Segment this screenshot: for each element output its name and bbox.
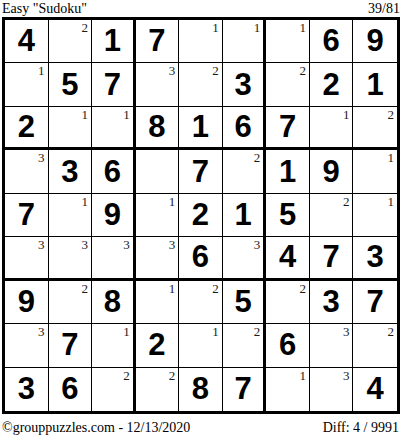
- cell-r6c6[interactable]: 3: [223, 237, 267, 280]
- cell-r1c7[interactable]: 1: [266, 20, 310, 63]
- cell-r2c8[interactable]: 2: [310, 63, 354, 106]
- pencil-mark: 3: [38, 151, 45, 165]
- given-digit: 9: [5, 281, 48, 323]
- cell-r1c9[interactable]: 9: [353, 20, 397, 63]
- cell-r6c3[interactable]: 3: [92, 237, 136, 280]
- given-digit: 2: [5, 107, 48, 147]
- cell-r2c5[interactable]: 2: [179, 63, 223, 106]
- given-digit: 8: [136, 107, 179, 147]
- cell-r5c6[interactable]: 1: [223, 194, 267, 237]
- given-digit: 1: [266, 150, 309, 192]
- cell-r9c8[interactable]: 3: [310, 368, 354, 411]
- pencil-mark: 2: [388, 108, 395, 122]
- cell-r7c5[interactable]: 2: [179, 281, 223, 324]
- cell-r2c2[interactable]: 5: [49, 63, 93, 106]
- cell-r4c9[interactable]: 1: [353, 150, 397, 193]
- cell-r6c4[interactable]: 3: [136, 237, 180, 280]
- pencil-mark: 1: [123, 108, 130, 122]
- given-digit: 7: [136, 20, 179, 62]
- cell-r4c4[interactable]: [136, 150, 180, 193]
- pencil-mark: 2: [82, 282, 89, 296]
- given-digit: 5: [49, 63, 92, 105]
- footer: ©grouppuzzles.com - 12/13/2020 Diff: 4 /…: [0, 420, 402, 436]
- cell-r6c9[interactable]: 3: [353, 237, 397, 280]
- sudoku-board: 4217111691573232212118167123367219171912…: [2, 17, 400, 414]
- given-digit: 5: [223, 281, 264, 323]
- cell-r5c7[interactable]: 5: [266, 194, 310, 237]
- cell-r3c4[interactable]: 8: [136, 107, 180, 150]
- given-digit: 6: [223, 107, 264, 147]
- pencil-mark: 2: [254, 325, 261, 339]
- cell-r3c1[interactable]: 2: [5, 107, 49, 150]
- cell-r5c8[interactable]: 2: [310, 194, 354, 237]
- cell-r8c5[interactable]: 1: [179, 324, 223, 367]
- cell-r2c3[interactable]: 7: [92, 63, 136, 106]
- cell-r8c4[interactable]: 2: [136, 324, 180, 367]
- given-digit: 3: [310, 281, 353, 323]
- pencil-mark: 1: [82, 108, 89, 122]
- pencil-mark: 3: [254, 238, 261, 252]
- cell-r7c8[interactable]: 3: [310, 281, 354, 324]
- cell-r5c4[interactable]: 1: [136, 194, 180, 237]
- given-digit: 7: [353, 281, 397, 323]
- pencil-mark: 1: [212, 325, 219, 339]
- cell-r8c6[interactable]: 2: [223, 324, 267, 367]
- cell-r1c1[interactable]: 4: [5, 20, 49, 63]
- given-digit: 3: [49, 150, 92, 192]
- given-digit: 1: [92, 20, 133, 62]
- cell-r2c4[interactable]: 3: [136, 63, 180, 106]
- pencil-mark: 3: [343, 325, 350, 339]
- pencil-mark: 1: [82, 195, 89, 209]
- cell-r8c8[interactable]: 3: [310, 324, 354, 367]
- cell-r9c2[interactable]: 6: [49, 368, 93, 411]
- cell-r1c8[interactable]: 6: [310, 20, 354, 63]
- cell-r2c9[interactable]: 1: [353, 63, 397, 106]
- pencil-mark: 1: [169, 282, 176, 296]
- cell-r2c7[interactable]: 2: [266, 63, 310, 106]
- cell-r2c6[interactable]: 3: [223, 63, 267, 106]
- cell-r4c2[interactable]: 3: [49, 150, 93, 193]
- given-digit: 2: [179, 194, 222, 236]
- given-digit: 6: [49, 368, 92, 411]
- cell-r7c7[interactable]: 2: [266, 281, 310, 324]
- puzzle-page: Easy "Sudoku" 39/81 42171116915732322121…: [0, 0, 402, 437]
- pencil-mark: 1: [299, 21, 306, 35]
- cell-r9c4[interactable]: 2: [136, 368, 180, 411]
- pencil-mark: 2: [82, 21, 89, 35]
- cell-r9c6[interactable]: 7: [223, 368, 267, 411]
- given-digit: 7: [223, 368, 264, 411]
- given-digit: 6: [310, 20, 353, 62]
- cell-r4c1[interactable]: 3: [5, 150, 49, 193]
- given-digit: 7: [5, 194, 48, 236]
- given-digit: 7: [49, 324, 92, 366]
- cell-r9c9[interactable]: 4: [353, 368, 397, 411]
- given-digit: 6: [92, 150, 133, 192]
- cell-r9c3[interactable]: 2: [92, 368, 136, 411]
- cell-r3c3[interactable]: 1: [92, 107, 136, 150]
- cell-r4c5[interactable]: 7: [179, 150, 223, 193]
- given-digit: 8: [179, 368, 222, 411]
- cell-r3c9[interactable]: 2: [353, 107, 397, 150]
- cell-r8c9[interactable]: 2: [353, 324, 397, 367]
- given-digit: 7: [310, 237, 353, 277]
- given-digit: 7: [266, 107, 309, 147]
- given-digit: 6: [266, 324, 309, 366]
- given-digit: 1: [179, 107, 222, 147]
- given-digit: 1: [223, 194, 264, 236]
- pencil-mark: 3: [82, 238, 89, 252]
- given-digit: 3: [353, 237, 397, 277]
- pencil-mark: 3: [123, 238, 130, 252]
- pencil-mark: 1: [212, 21, 219, 35]
- given-digit: 8: [92, 281, 133, 323]
- page-title: Easy "Sudoku": [2, 1, 87, 16]
- pencil-mark: 1: [299, 369, 306, 383]
- cell-r7c2[interactable]: 2: [49, 281, 93, 324]
- pencil-mark: 2: [388, 325, 395, 339]
- cell-r6c2[interactable]: 3: [49, 237, 93, 280]
- given-digit: 2: [310, 63, 353, 105]
- pencil-mark: 3: [169, 64, 176, 78]
- cell-r8c2[interactable]: 7: [49, 324, 93, 367]
- given-digit: 3: [5, 368, 48, 411]
- cell-r9c7[interactable]: 1: [266, 368, 310, 411]
- cell-r6c7[interactable]: 4: [266, 237, 310, 280]
- cell-r1c5[interactable]: 1: [179, 20, 223, 63]
- pencil-mark: 1: [169, 195, 176, 209]
- pencil-mark: 2: [123, 369, 130, 383]
- pencil-mark: 1: [38, 64, 45, 78]
- pencil-mark: 1: [254, 21, 261, 35]
- cell-r5c5[interactable]: 2: [179, 194, 223, 237]
- given-digit: 7: [179, 150, 222, 192]
- cell-r8c7[interactable]: 6: [266, 324, 310, 367]
- given-digit: 4: [5, 20, 48, 62]
- given-digit: 9: [310, 150, 353, 192]
- cell-r1c2[interactable]: 2: [49, 20, 93, 63]
- cell-r5c2[interactable]: 1: [49, 194, 93, 237]
- copyright-text: ©grouppuzzles.com - 12/13/2020: [2, 420, 190, 436]
- cell-r4c8[interactable]: 9: [310, 150, 354, 193]
- cell-r1c3[interactable]: 1: [92, 20, 136, 63]
- header: Easy "Sudoku" 39/81: [0, 0, 402, 18]
- cell-r6c8[interactable]: 7: [310, 237, 354, 280]
- cell-r7c9[interactable]: 7: [353, 281, 397, 324]
- cell-r2c1[interactable]: 1: [5, 63, 49, 106]
- cell-r8c3[interactable]: 1: [92, 324, 136, 367]
- given-digit: 1: [353, 63, 397, 105]
- cell-r5c9[interactable]: 1: [353, 194, 397, 237]
- cell-r3c6[interactable]: 6: [223, 107, 267, 150]
- given-digit: 9: [353, 20, 397, 62]
- pencil-mark: 2: [254, 151, 261, 165]
- given-digit: 7: [92, 63, 133, 105]
- cell-r3c8[interactable]: 1: [310, 107, 354, 150]
- given-digit: 4: [353, 368, 397, 411]
- given-digit: 6: [179, 237, 222, 277]
- cell-r1c4[interactable]: 7: [136, 20, 180, 63]
- cell-r6c1[interactable]: 3: [5, 237, 49, 280]
- difficulty-text: Diff: 4 / 9991: [323, 420, 399, 436]
- cell-r5c3[interactable]: 9: [92, 194, 136, 237]
- cell-r8c1[interactable]: 3: [5, 324, 49, 367]
- given-digit: 9: [92, 194, 133, 236]
- given-digit: 2: [136, 324, 179, 366]
- cell-r7c1[interactable]: 9: [5, 281, 49, 324]
- pencil-mark: 2: [212, 64, 219, 78]
- filled-count: 39/81: [368, 1, 400, 16]
- cell-r1c6[interactable]: 1: [223, 20, 267, 63]
- cell-r4c6[interactable]: 2: [223, 150, 267, 193]
- pencil-mark: 3: [38, 238, 45, 252]
- pencil-mark: 2: [299, 282, 306, 296]
- cell-r6c5[interactable]: 6: [179, 237, 223, 280]
- pencil-mark: 1: [123, 325, 130, 339]
- pencil-mark: 2: [343, 195, 350, 209]
- given-digit: 4: [266, 237, 309, 277]
- cell-r3c7[interactable]: 7: [266, 107, 310, 150]
- cell-r3c2[interactable]: 1: [49, 107, 93, 150]
- pencil-mark: 2: [169, 369, 176, 383]
- pencil-mark: 1: [343, 108, 350, 122]
- pencil-mark: 1: [388, 151, 395, 165]
- cell-r9c1[interactable]: 3: [5, 368, 49, 411]
- cell-r3c5[interactable]: 1: [179, 107, 223, 150]
- cell-r9c5[interactable]: 8: [179, 368, 223, 411]
- given-digit: 3: [223, 63, 264, 105]
- cell-r7c3[interactable]: 8: [92, 281, 136, 324]
- given-digit: 5: [266, 194, 309, 236]
- pencil-mark: 2: [212, 282, 219, 296]
- pencil-mark: 3: [169, 238, 176, 252]
- pencil-mark: 2: [299, 64, 306, 78]
- cell-r4c7[interactable]: 1: [266, 150, 310, 193]
- cell-r7c4[interactable]: 1: [136, 281, 180, 324]
- cell-r4c3[interactable]: 6: [92, 150, 136, 193]
- pencil-mark: 3: [343, 369, 350, 383]
- cell-r7c6[interactable]: 5: [223, 281, 267, 324]
- pencil-mark: 3: [38, 325, 45, 339]
- pencil-mark: 1: [388, 195, 395, 209]
- cell-r5c1[interactable]: 7: [5, 194, 49, 237]
